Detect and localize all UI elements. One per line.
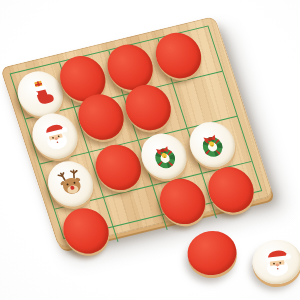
santa-icon	[33, 115, 77, 157]
stocking-icon	[18, 73, 62, 115]
loose-red-piece[interactable]	[185, 228, 240, 278]
board-grid	[10, 25, 263, 239]
wreath-icon	[142, 135, 186, 177]
loose-santa-piece[interactable]	[250, 238, 300, 287]
reindeer-icon	[49, 163, 93, 205]
santa-icon	[257, 242, 298, 283]
game-board	[0, 16, 274, 248]
wreath-icon	[190, 124, 234, 166]
scene	[0, 0, 300, 300]
red-piece[interactable]	[57, 204, 114, 259]
